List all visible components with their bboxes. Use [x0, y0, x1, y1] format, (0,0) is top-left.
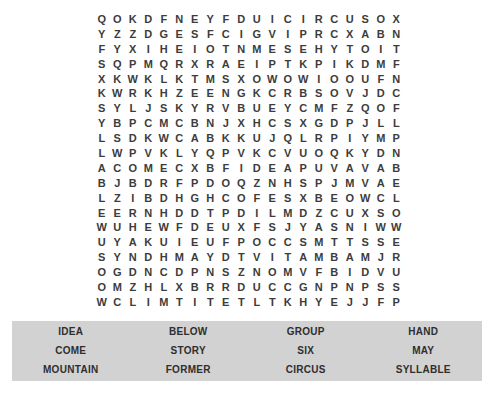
- grid-cell[interactable]: K: [141, 131, 157, 146]
- grid-cell[interactable]: Y: [327, 42, 343, 57]
- grid-cell[interactable]: D: [358, 57, 374, 72]
- grid-cell[interactable]: F: [156, 12, 172, 27]
- grid-cell[interactable]: G: [156, 27, 172, 42]
- grid-cell[interactable]: Y: [358, 131, 374, 146]
- grid-cell[interactable]: Z: [125, 280, 141, 295]
- grid-cell[interactable]: W: [373, 220, 389, 235]
- grid-cell[interactable]: I: [327, 57, 343, 72]
- grid-cell[interactable]: J: [358, 116, 374, 131]
- grid-cell[interactable]: C: [327, 206, 343, 221]
- grid-cell[interactable]: E: [203, 220, 219, 235]
- grid-cell[interactable]: M: [358, 250, 374, 265]
- grid-cell[interactable]: Q: [203, 146, 219, 161]
- grid-cell[interactable]: Q: [156, 57, 172, 72]
- grid-cell[interactable]: S: [94, 101, 110, 116]
- grid-cell[interactable]: E: [94, 206, 110, 221]
- grid-cell[interactable]: N: [311, 280, 327, 295]
- grid-cell[interactable]: I: [125, 191, 141, 206]
- grid-cell[interactable]: S: [373, 206, 389, 221]
- grid-cell[interactable]: P: [187, 176, 203, 191]
- grid-cell[interactable]: C: [280, 12, 296, 27]
- grid-cell[interactable]: W: [94, 220, 110, 235]
- grid-cell[interactable]: Y: [110, 250, 126, 265]
- grid-cell[interactable]: O: [218, 176, 234, 191]
- grid-cell[interactable]: A: [342, 161, 358, 176]
- grid-cell[interactable]: D: [218, 250, 234, 265]
- grid-cell[interactable]: J: [342, 295, 358, 310]
- grid-cell[interactable]: P: [187, 265, 203, 280]
- grid-cell[interactable]: D: [141, 12, 157, 27]
- grid-cell[interactable]: P: [296, 27, 312, 42]
- grid-cell[interactable]: S: [327, 220, 343, 235]
- grid-cell[interactable]: P: [327, 280, 343, 295]
- grid-cell[interactable]: M: [311, 250, 327, 265]
- grid-cell[interactable]: P: [389, 295, 405, 310]
- grid-cell[interactable]: Y: [311, 295, 327, 310]
- grid-cell[interactable]: A: [373, 176, 389, 191]
- grid-cell[interactable]: I: [187, 42, 203, 57]
- grid-cell[interactable]: B: [296, 86, 312, 101]
- grid-cell[interactable]: H: [172, 191, 188, 206]
- grid-cell[interactable]: V: [141, 146, 157, 161]
- grid-cell[interactable]: G: [110, 265, 126, 280]
- grid-cell[interactable]: C: [296, 101, 312, 116]
- grid-cell[interactable]: T: [234, 295, 250, 310]
- grid-cell[interactable]: B: [234, 101, 250, 116]
- grid-cell[interactable]: J: [327, 176, 343, 191]
- grid-cell[interactable]: M: [342, 176, 358, 191]
- grid-cell[interactable]: B: [110, 116, 126, 131]
- grid-cell[interactable]: W: [389, 220, 405, 235]
- grid-cell[interactable]: C: [280, 235, 296, 250]
- grid-cell[interactable]: V: [296, 265, 312, 280]
- grid-cell[interactable]: X: [187, 57, 203, 72]
- grid-cell[interactable]: P: [342, 116, 358, 131]
- grid-cell[interactable]: K: [141, 235, 157, 250]
- grid-cell[interactable]: O: [280, 72, 296, 87]
- grid-cell[interactable]: J: [358, 295, 374, 310]
- grid-cell[interactable]: V: [265, 27, 281, 42]
- grid-cell[interactable]: M: [280, 206, 296, 221]
- grid-cell[interactable]: M: [141, 57, 157, 72]
- grid-cell[interactable]: R: [125, 86, 141, 101]
- grid-cell[interactable]: U: [296, 146, 312, 161]
- grid-cell[interactable]: R: [172, 57, 188, 72]
- grid-cell[interactable]: I: [187, 295, 203, 310]
- grid-cell[interactable]: V: [358, 161, 374, 176]
- grid-cell[interactable]: D: [234, 206, 250, 221]
- grid-cell[interactable]: O: [265, 265, 281, 280]
- grid-cell[interactable]: M: [172, 250, 188, 265]
- grid-cell[interactable]: E: [265, 101, 281, 116]
- grid-cell[interactable]: N: [342, 280, 358, 295]
- grid-cell[interactable]: H: [249, 116, 265, 131]
- grid-cell[interactable]: I: [342, 265, 358, 280]
- grid-cell[interactable]: S: [389, 280, 405, 295]
- grid-cell[interactable]: D: [172, 206, 188, 221]
- grid-cell[interactable]: K: [296, 57, 312, 72]
- grid-cell[interactable]: D: [373, 86, 389, 101]
- grid-cell[interactable]: K: [280, 295, 296, 310]
- grid-cell[interactable]: Y: [280, 101, 296, 116]
- grid-cell[interactable]: I: [141, 295, 157, 310]
- grid-cell[interactable]: M: [156, 116, 172, 131]
- grid-cell[interactable]: U: [249, 280, 265, 295]
- grid-cell[interactable]: L: [94, 146, 110, 161]
- grid-cell[interactable]: U: [156, 235, 172, 250]
- grid-cell[interactable]: L: [249, 295, 265, 310]
- grid-cell[interactable]: I: [265, 250, 281, 265]
- grid-cell[interactable]: N: [249, 265, 265, 280]
- grid-cell[interactable]: B: [373, 27, 389, 42]
- grid-cell[interactable]: R: [156, 176, 172, 191]
- grid-cell[interactable]: S: [218, 265, 234, 280]
- grid-cell[interactable]: P: [311, 57, 327, 72]
- grid-cell[interactable]: A: [187, 250, 203, 265]
- grid-cell[interactable]: L: [296, 131, 312, 146]
- grid-cell[interactable]: V: [358, 176, 374, 191]
- grid-cell[interactable]: G: [234, 86, 250, 101]
- grid-cell[interactable]: X: [125, 42, 141, 57]
- grid-cell[interactable]: F: [172, 176, 188, 191]
- grid-cell[interactable]: S: [373, 280, 389, 295]
- grid-cell[interactable]: D: [234, 12, 250, 27]
- grid-cell[interactable]: M: [249, 42, 265, 57]
- grid-cell[interactable]: P: [358, 280, 374, 295]
- grid-cell[interactable]: E: [265, 191, 281, 206]
- grid-cell[interactable]: M: [141, 161, 157, 176]
- grid-cell[interactable]: W: [358, 191, 374, 206]
- grid-cell[interactable]: Z: [125, 27, 141, 42]
- grid-cell[interactable]: I: [234, 27, 250, 42]
- grid-cell[interactable]: P: [327, 131, 343, 146]
- grid-cell[interactable]: C: [218, 191, 234, 206]
- grid-cell[interactable]: D: [141, 176, 157, 191]
- grid-cell[interactable]: K: [249, 86, 265, 101]
- grid-cell[interactable]: D: [203, 176, 219, 191]
- grid-cell[interactable]: L: [156, 280, 172, 295]
- grid-cell[interactable]: Q: [327, 146, 343, 161]
- grid-cell[interactable]: A: [280, 161, 296, 176]
- grid-cell[interactable]: L: [156, 72, 172, 87]
- grid-cell[interactable]: O: [311, 146, 327, 161]
- grid-cell[interactable]: N: [265, 176, 281, 191]
- grid-cell[interactable]: S: [358, 235, 374, 250]
- grid-cell[interactable]: S: [94, 57, 110, 72]
- grid-cell[interactable]: O: [110, 12, 126, 27]
- grid-cell[interactable]: N: [389, 146, 405, 161]
- grid-cell[interactable]: R: [311, 131, 327, 146]
- grid-cell[interactable]: R: [125, 206, 141, 221]
- grid-cell[interactable]: C: [110, 161, 126, 176]
- grid-cell[interactable]: O: [94, 280, 110, 295]
- grid-cell[interactable]: S: [311, 86, 327, 101]
- grid-cell[interactable]: N: [342, 220, 358, 235]
- grid-cell[interactable]: U: [311, 161, 327, 176]
- grid-cell[interactable]: N: [125, 250, 141, 265]
- grid-cell[interactable]: C: [265, 116, 281, 131]
- grid-cell[interactable]: C: [172, 116, 188, 131]
- grid-cell[interactable]: U: [249, 101, 265, 116]
- grid-cell[interactable]: X: [94, 72, 110, 87]
- grid-cell[interactable]: E: [141, 220, 157, 235]
- grid-cell[interactable]: M: [203, 72, 219, 87]
- grid-cell[interactable]: C: [218, 27, 234, 42]
- grid-cell[interactable]: J: [265, 131, 281, 146]
- grid-cell[interactable]: Y: [296, 220, 312, 235]
- grid-cell[interactable]: I: [296, 12, 312, 27]
- grid-cell[interactable]: O: [327, 72, 343, 87]
- grid-cell[interactable]: E: [203, 86, 219, 101]
- grid-cell[interactable]: S: [280, 116, 296, 131]
- grid-cell[interactable]: O: [389, 206, 405, 221]
- grid-cell[interactable]: S: [296, 235, 312, 250]
- grid-cell[interactable]: J: [110, 176, 126, 191]
- grid-cell[interactable]: J: [218, 116, 234, 131]
- grid-cell[interactable]: A: [342, 250, 358, 265]
- grid-cell[interactable]: F: [327, 101, 343, 116]
- grid-cell[interactable]: U: [249, 12, 265, 27]
- grid-cell[interactable]: H: [156, 86, 172, 101]
- grid-cell[interactable]: T: [265, 295, 281, 310]
- grid-cell[interactable]: Z: [311, 206, 327, 221]
- grid-cell[interactable]: O: [373, 101, 389, 116]
- grid-cell[interactable]: U: [358, 72, 374, 87]
- grid-cell[interactable]: X: [296, 191, 312, 206]
- grid-cell[interactable]: X: [187, 161, 203, 176]
- grid-cell[interactable]: X: [358, 206, 374, 221]
- grid-cell[interactable]: F: [311, 265, 327, 280]
- grid-cell[interactable]: E: [172, 27, 188, 42]
- grid-cell[interactable]: C: [110, 295, 126, 310]
- grid-cell[interactable]: V: [342, 86, 358, 101]
- grid-cell[interactable]: D: [234, 280, 250, 295]
- grid-cell[interactable]: G: [311, 116, 327, 131]
- grid-cell[interactable]: I: [234, 161, 250, 176]
- grid-cell[interactable]: B: [327, 265, 343, 280]
- grid-cell[interactable]: H: [280, 176, 296, 191]
- grid-cell[interactable]: E: [265, 161, 281, 176]
- grid-cell[interactable]: C: [265, 280, 281, 295]
- grid-cell[interactable]: B: [311, 191, 327, 206]
- grid-cell[interactable]: L: [125, 101, 141, 116]
- grid-cell[interactable]: T: [187, 72, 203, 87]
- grid-cell[interactable]: E: [187, 12, 203, 27]
- grid-cell[interactable]: M: [110, 280, 126, 295]
- grid-cell[interactable]: X: [234, 72, 250, 87]
- grid-cell[interactable]: D: [141, 27, 157, 42]
- grid-cell[interactable]: H: [296, 295, 312, 310]
- grid-cell[interactable]: S: [280, 42, 296, 57]
- grid-cell[interactable]: A: [311, 220, 327, 235]
- grid-cell[interactable]: W: [156, 131, 172, 146]
- grid-cell[interactable]: L: [373, 116, 389, 131]
- grid-cell[interactable]: P: [265, 57, 281, 72]
- grid-cell[interactable]: T: [218, 42, 234, 57]
- grid-cell[interactable]: D: [373, 146, 389, 161]
- grid-cell[interactable]: T: [234, 250, 250, 265]
- grid-cell[interactable]: P: [218, 146, 234, 161]
- grid-cell[interactable]: S: [296, 176, 312, 191]
- grid-cell[interactable]: U: [342, 206, 358, 221]
- grid-cell[interactable]: M: [280, 265, 296, 280]
- grid-cell[interactable]: D: [296, 206, 312, 221]
- grid-cell[interactable]: Y: [110, 42, 126, 57]
- grid-cell[interactable]: L: [94, 191, 110, 206]
- grid-cell[interactable]: A: [94, 161, 110, 176]
- grid-cell[interactable]: O: [327, 86, 343, 101]
- grid-cell[interactable]: C: [172, 131, 188, 146]
- grid-cell[interactable]: W: [125, 72, 141, 87]
- grid-cell[interactable]: P: [218, 206, 234, 221]
- grid-cell[interactable]: Y: [94, 116, 110, 131]
- grid-cell[interactable]: T: [342, 235, 358, 250]
- grid-cell[interactable]: G: [187, 191, 203, 206]
- grid-cell[interactable]: N: [141, 206, 157, 221]
- grid-cell[interactable]: C: [172, 161, 188, 176]
- grid-cell[interactable]: K: [234, 131, 250, 146]
- grid-cell[interactable]: F: [94, 42, 110, 57]
- grid-cell[interactable]: Y: [358, 146, 374, 161]
- grid-cell[interactable]: P: [296, 161, 312, 176]
- grid-cell[interactable]: E: [389, 176, 405, 191]
- grid-cell[interactable]: O: [342, 72, 358, 87]
- grid-cell[interactable]: K: [342, 146, 358, 161]
- grid-cell[interactable]: U: [110, 220, 126, 235]
- grid-cell[interactable]: D: [327, 116, 343, 131]
- grid-cell[interactable]: P: [125, 57, 141, 72]
- grid-cell[interactable]: R: [203, 101, 219, 116]
- grid-cell[interactable]: H: [156, 206, 172, 221]
- grid-cell[interactable]: H: [203, 191, 219, 206]
- grid-cell[interactable]: H: [156, 250, 172, 265]
- grid-cell[interactable]: P: [125, 116, 141, 131]
- grid-cell[interactable]: V: [280, 146, 296, 161]
- grid-cell[interactable]: D: [358, 265, 374, 280]
- grid-cell[interactable]: F: [203, 27, 219, 42]
- grid-cell[interactable]: S: [265, 220, 281, 235]
- grid-cell[interactable]: D: [249, 161, 265, 176]
- grid-cell[interactable]: N: [203, 265, 219, 280]
- grid-cell[interactable]: D: [187, 220, 203, 235]
- grid-cell[interactable]: O: [249, 72, 265, 87]
- grid-cell[interactable]: E: [296, 42, 312, 57]
- grid-cell[interactable]: K: [249, 146, 265, 161]
- grid-cell[interactable]: L: [94, 131, 110, 146]
- grid-cell[interactable]: X: [296, 116, 312, 131]
- grid-cell[interactable]: T: [280, 57, 296, 72]
- grid-cell[interactable]: Y: [187, 101, 203, 116]
- grid-cell[interactable]: K: [141, 72, 157, 87]
- grid-cell[interactable]: B: [187, 116, 203, 131]
- grid-cell[interactable]: S: [187, 27, 203, 42]
- grid-cell[interactable]: L: [389, 116, 405, 131]
- grid-cell[interactable]: F: [172, 220, 188, 235]
- grid-cell[interactable]: I: [373, 42, 389, 57]
- grid-cell[interactable]: A: [373, 161, 389, 176]
- grid-cell[interactable]: W: [265, 72, 281, 87]
- grid-cell[interactable]: I: [141, 42, 157, 57]
- grid-cell[interactable]: C: [327, 12, 343, 27]
- grid-cell[interactable]: C: [265, 86, 281, 101]
- grid-cell[interactable]: M: [373, 57, 389, 72]
- grid-cell[interactable]: U: [218, 220, 234, 235]
- grid-cell[interactable]: B: [389, 161, 405, 176]
- grid-cell[interactable]: W: [110, 146, 126, 161]
- grid-cell[interactable]: Y: [187, 146, 203, 161]
- grid-cell[interactable]: D: [125, 131, 141, 146]
- grid-cell[interactable]: F: [373, 295, 389, 310]
- grid-cell[interactable]: B: [141, 191, 157, 206]
- grid-cell[interactable]: N: [172, 12, 188, 27]
- grid-cell[interactable]: M: [156, 295, 172, 310]
- grid-cell[interactable]: B: [125, 176, 141, 191]
- grid-cell[interactable]: X: [234, 116, 250, 131]
- grid-cell[interactable]: C: [327, 27, 343, 42]
- grid-cell[interactable]: X: [389, 12, 405, 27]
- grid-cell[interactable]: T: [327, 235, 343, 250]
- grid-cell[interactable]: K: [94, 86, 110, 101]
- grid-cell[interactable]: Q: [358, 101, 374, 116]
- grid-cell[interactable]: P: [311, 176, 327, 191]
- grid-cell[interactable]: Q: [94, 12, 110, 27]
- grid-cell[interactable]: W: [156, 220, 172, 235]
- grid-cell[interactable]: B: [187, 280, 203, 295]
- grid-cell[interactable]: T: [389, 42, 405, 57]
- grid-cell[interactable]: A: [358, 27, 374, 42]
- grid-cell[interactable]: B: [203, 161, 219, 176]
- grid-cell[interactable]: N: [203, 116, 219, 131]
- grid-cell[interactable]: W: [94, 295, 110, 310]
- grid-cell[interactable]: K: [218, 131, 234, 146]
- grid-cell[interactable]: O: [203, 42, 219, 57]
- grid-cell[interactable]: C: [389, 86, 405, 101]
- grid-cell[interactable]: A: [187, 131, 203, 146]
- grid-cell[interactable]: O: [342, 191, 358, 206]
- grid-cell[interactable]: Q: [234, 176, 250, 191]
- grid-cell[interactable]: T: [280, 250, 296, 265]
- grid-cell[interactable]: I: [311, 72, 327, 87]
- grid-cell[interactable]: K: [172, 101, 188, 116]
- grid-cell[interactable]: S: [218, 72, 234, 87]
- grid-cell[interactable]: L: [172, 146, 188, 161]
- grid-cell[interactable]: C: [265, 235, 281, 250]
- grid-cell[interactable]: K: [172, 72, 188, 87]
- grid-cell[interactable]: Y: [110, 101, 126, 116]
- grid-cell[interactable]: Z: [234, 265, 250, 280]
- grid-cell[interactable]: O: [373, 12, 389, 27]
- grid-cell[interactable]: P: [389, 131, 405, 146]
- grid-cell[interactable]: H: [141, 280, 157, 295]
- grid-cell[interactable]: F: [389, 57, 405, 72]
- grid-cell[interactable]: Z: [342, 101, 358, 116]
- grid-cell[interactable]: K: [110, 72, 126, 87]
- grid-cell[interactable]: K: [342, 57, 358, 72]
- grid-cell[interactable]: J: [141, 101, 157, 116]
- grid-cell[interactable]: E: [327, 295, 343, 310]
- grid-cell[interactable]: Q: [110, 57, 126, 72]
- grid-cell[interactable]: U: [342, 12, 358, 27]
- grid-cell[interactable]: R: [218, 280, 234, 295]
- grid-cell[interactable]: Z: [110, 191, 126, 206]
- grid-cell[interactable]: I: [265, 12, 281, 27]
- grid-cell[interactable]: R: [280, 86, 296, 101]
- grid-cell[interactable]: A: [218, 57, 234, 72]
- grid-cell[interactable]: C: [156, 265, 172, 280]
- grid-cell[interactable]: O: [94, 265, 110, 280]
- grid-cell[interactable]: B: [327, 250, 343, 265]
- grid-cell[interactable]: B: [203, 131, 219, 146]
